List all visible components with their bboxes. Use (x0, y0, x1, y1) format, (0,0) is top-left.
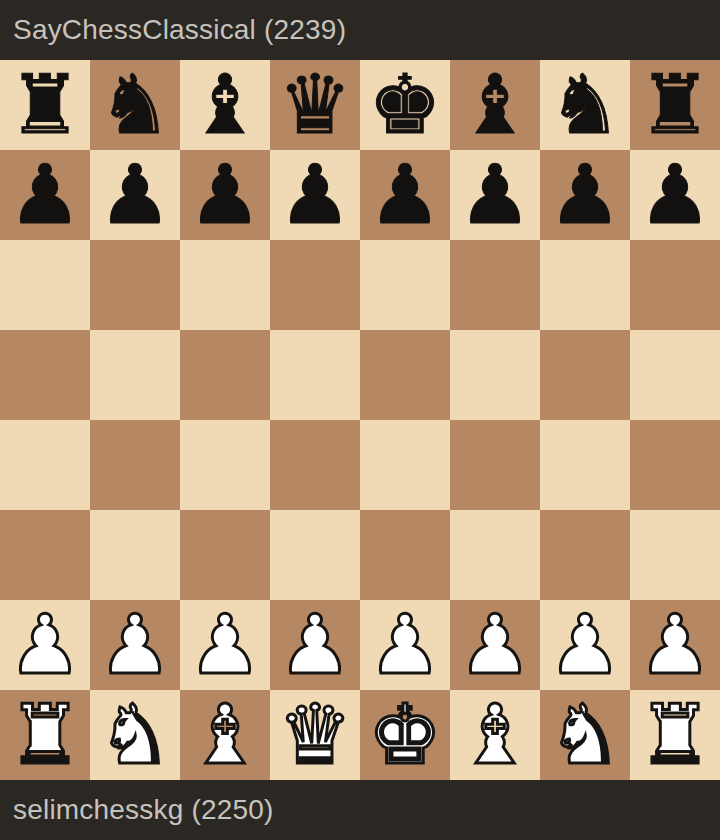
square-a4[interactable] (0, 420, 90, 510)
square-d4[interactable] (270, 420, 360, 510)
square-c3[interactable] (180, 510, 270, 600)
piece-white-queen[interactable]: ♛ (278, 690, 352, 780)
square-f7[interactable]: ♟ (450, 150, 540, 240)
square-c6[interactable] (180, 240, 270, 330)
square-b7[interactable]: ♟ (90, 150, 180, 240)
square-g2[interactable]: ♟ (540, 600, 630, 690)
piece-white-bishop[interactable]: ♝ (188, 690, 262, 780)
top-player-name[interactable]: SayChessClassical (2239) (13, 14, 346, 46)
chess-board: ♜♞♝♛♚♝♞♜♟♟♟♟♟♟♟♟♟♟♟♟♟♟♟♟♜♞♝♛♚♝♞♜ (0, 60, 720, 780)
piece-white-pawn[interactable]: ♟ (368, 600, 442, 690)
square-e5[interactable] (360, 330, 450, 420)
piece-white-knight[interactable]: ♞ (98, 690, 172, 780)
square-d6[interactable] (270, 240, 360, 330)
square-c8[interactable]: ♝ (180, 60, 270, 150)
square-e3[interactable] (360, 510, 450, 600)
piece-black-pawn[interactable]: ♟ (458, 150, 532, 240)
square-a3[interactable] (0, 510, 90, 600)
square-f8[interactable]: ♝ (450, 60, 540, 150)
square-f6[interactable] (450, 240, 540, 330)
square-f5[interactable] (450, 330, 540, 420)
square-h5[interactable] (630, 330, 720, 420)
piece-white-pawn[interactable]: ♟ (278, 600, 352, 690)
piece-black-knight[interactable]: ♞ (548, 60, 622, 150)
square-h6[interactable] (630, 240, 720, 330)
square-e1[interactable]: ♚ (360, 690, 450, 780)
square-b8[interactable]: ♞ (90, 60, 180, 150)
piece-white-pawn[interactable]: ♟ (638, 600, 712, 690)
square-b5[interactable] (90, 330, 180, 420)
piece-black-king[interactable]: ♚ (368, 60, 442, 150)
piece-black-pawn[interactable]: ♟ (98, 150, 172, 240)
square-d3[interactable] (270, 510, 360, 600)
square-e8[interactable]: ♚ (360, 60, 450, 150)
square-g5[interactable] (540, 330, 630, 420)
piece-white-bishop[interactable]: ♝ (458, 690, 532, 780)
square-h1[interactable]: ♜ (630, 690, 720, 780)
square-g4[interactable] (540, 420, 630, 510)
piece-white-king[interactable]: ♚ (368, 690, 442, 780)
square-e7[interactable]: ♟ (360, 150, 450, 240)
square-c2[interactable]: ♟ (180, 600, 270, 690)
square-h8[interactable]: ♜ (630, 60, 720, 150)
piece-black-bishop[interactable]: ♝ (188, 60, 262, 150)
square-f1[interactable]: ♝ (450, 690, 540, 780)
square-c7[interactable]: ♟ (180, 150, 270, 240)
square-h2[interactable]: ♟ (630, 600, 720, 690)
square-b4[interactable] (90, 420, 180, 510)
square-a8[interactable]: ♜ (0, 60, 90, 150)
square-e2[interactable]: ♟ (360, 600, 450, 690)
piece-white-pawn[interactable]: ♟ (458, 600, 532, 690)
square-h3[interactable] (630, 510, 720, 600)
square-c1[interactable]: ♝ (180, 690, 270, 780)
square-c4[interactable] (180, 420, 270, 510)
square-c5[interactable] (180, 330, 270, 420)
top-player-bar: SayChessClassical (2239) (0, 0, 720, 60)
square-e6[interactable] (360, 240, 450, 330)
square-a6[interactable] (0, 240, 90, 330)
piece-white-rook[interactable]: ♜ (638, 690, 712, 780)
piece-black-knight[interactable]: ♞ (98, 60, 172, 150)
square-g1[interactable]: ♞ (540, 690, 630, 780)
piece-black-pawn[interactable]: ♟ (188, 150, 262, 240)
piece-white-pawn[interactable]: ♟ (8, 600, 82, 690)
square-d8[interactable]: ♛ (270, 60, 360, 150)
piece-black-pawn[interactable]: ♟ (548, 150, 622, 240)
square-f3[interactable] (450, 510, 540, 600)
piece-black-bishop[interactable]: ♝ (458, 60, 532, 150)
square-a1[interactable]: ♜ (0, 690, 90, 780)
square-a2[interactable]: ♟ (0, 600, 90, 690)
piece-black-rook[interactable]: ♜ (638, 60, 712, 150)
piece-white-pawn[interactable]: ♟ (188, 600, 262, 690)
square-d1[interactable]: ♛ (270, 690, 360, 780)
square-g6[interactable] (540, 240, 630, 330)
square-e4[interactable] (360, 420, 450, 510)
square-b1[interactable]: ♞ (90, 690, 180, 780)
square-d7[interactable]: ♟ (270, 150, 360, 240)
square-h7[interactable]: ♟ (630, 150, 720, 240)
bottom-player-name[interactable]: selimchesskg (2250) (13, 794, 274, 826)
square-g8[interactable]: ♞ (540, 60, 630, 150)
piece-black-pawn[interactable]: ♟ (368, 150, 442, 240)
square-b3[interactable] (90, 510, 180, 600)
square-g7[interactable]: ♟ (540, 150, 630, 240)
square-a7[interactable]: ♟ (0, 150, 90, 240)
piece-white-pawn[interactable]: ♟ (98, 600, 172, 690)
square-g3[interactable] (540, 510, 630, 600)
piece-white-knight[interactable]: ♞ (548, 690, 622, 780)
piece-black-queen[interactable]: ♛ (278, 60, 352, 150)
square-d2[interactable]: ♟ (270, 600, 360, 690)
piece-black-rook[interactable]: ♜ (8, 60, 82, 150)
piece-white-pawn[interactable]: ♟ (548, 600, 622, 690)
piece-black-pawn[interactable]: ♟ (638, 150, 712, 240)
square-a5[interactable] (0, 330, 90, 420)
bottom-player-bar: selimchesskg (2250) (0, 780, 720, 840)
square-h4[interactable] (630, 420, 720, 510)
square-b2[interactable]: ♟ (90, 600, 180, 690)
piece-black-pawn[interactable]: ♟ (8, 150, 82, 240)
square-d5[interactable] (270, 330, 360, 420)
square-f4[interactable] (450, 420, 540, 510)
square-f2[interactable]: ♟ (450, 600, 540, 690)
piece-white-rook[interactable]: ♜ (8, 690, 82, 780)
square-b6[interactable] (90, 240, 180, 330)
piece-black-pawn[interactable]: ♟ (278, 150, 352, 240)
